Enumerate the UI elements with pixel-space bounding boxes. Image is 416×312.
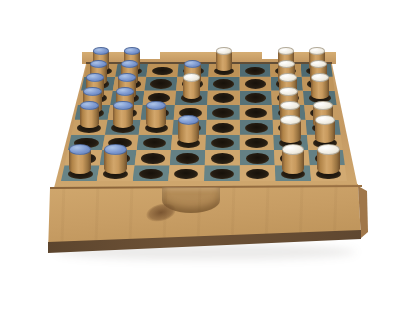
peg-hole (143, 138, 167, 148)
peg-blue[interactable] (146, 101, 166, 133)
peg-white[interactable] (216, 47, 232, 75)
board-cell[interactable] (207, 91, 239, 105)
peg-top-white (282, 144, 305, 155)
peg-top-white (278, 60, 295, 68)
board-cell[interactable] (133, 165, 170, 181)
peg-top-white (279, 73, 297, 82)
peg-hole (211, 138, 234, 148)
peg-hole (212, 108, 234, 118)
peg-hole (213, 93, 234, 103)
board-cell[interactable] (168, 165, 204, 181)
peg-blue[interactable] (178, 115, 199, 148)
peg-top-blue (146, 101, 166, 110)
peg-top-blue (69, 144, 92, 155)
peg-hole (139, 169, 163, 180)
peg-top-blue (184, 60, 201, 68)
board-cell[interactable] (135, 150, 171, 165)
peg-top-white (183, 73, 201, 82)
board-cell[interactable] (240, 105, 273, 120)
peg-hole (176, 153, 200, 163)
peg-hole (211, 153, 234, 163)
peg-top-blue (83, 87, 102, 96)
scene (0, 0, 416, 312)
board-cell[interactable] (208, 77, 240, 91)
board-cell[interactable] (144, 77, 177, 91)
peg-top-blue (113, 101, 133, 110)
peg-top-blue (104, 144, 127, 155)
peg-top-white (315, 115, 336, 125)
peg-hole (210, 169, 234, 180)
peg-blue[interactable] (113, 101, 133, 133)
peg-top-white (279, 87, 298, 96)
peg-white[interactable] (317, 144, 340, 180)
peg-hole (246, 169, 270, 180)
peg-top-white (280, 115, 301, 125)
board-cell[interactable] (240, 120, 274, 135)
board-cell[interactable] (205, 135, 239, 150)
board-cell[interactable] (240, 64, 271, 77)
peg-white[interactable] (282, 144, 305, 180)
board-cell[interactable] (146, 64, 178, 77)
peg-hole (152, 67, 173, 76)
peg-hole (245, 108, 267, 118)
board-cell[interactable] (206, 120, 240, 135)
peg-top-white (310, 60, 327, 68)
peg-top-white (278, 47, 294, 55)
peg-top-white (280, 101, 300, 110)
board-cell[interactable] (207, 105, 240, 120)
board-cell[interactable] (240, 135, 274, 150)
peg-top-white (311, 73, 329, 82)
peg-hole (150, 79, 172, 88)
board-cell[interactable] (240, 165, 276, 181)
peg-top-blue (121, 60, 138, 68)
peg-top-blue (90, 60, 107, 68)
peg-hole (245, 123, 267, 133)
peg-top-white (317, 144, 340, 155)
peg-top-blue (124, 47, 140, 55)
peg-top-white (313, 101, 333, 110)
peg-blue[interactable] (80, 101, 100, 133)
peg-white[interactable] (183, 73, 201, 103)
peg-blue[interactable] (104, 144, 127, 180)
board-cell[interactable] (240, 77, 272, 91)
peg-hole (245, 67, 266, 76)
board-cell[interactable] (240, 91, 272, 105)
peg-top-blue (86, 73, 104, 82)
peg-hole (245, 138, 268, 148)
board-cell[interactable] (204, 165, 240, 181)
peg-top-blue (93, 47, 109, 55)
peg-top-white (309, 47, 325, 55)
peg-top-blue (118, 73, 136, 82)
peg-top-blue (178, 115, 199, 125)
peg-hole (213, 79, 234, 88)
peg-hole (245, 93, 266, 103)
peg-hole (212, 123, 234, 133)
peg-hole (246, 153, 269, 163)
board-cell[interactable] (170, 150, 206, 165)
peg-hole (141, 153, 165, 163)
board-cell[interactable] (205, 150, 240, 165)
peg-top-blue (116, 87, 135, 96)
peg-blue[interactable] (69, 144, 92, 180)
peg-hole (174, 169, 198, 180)
board-cell[interactable] (137, 135, 173, 150)
board-cell[interactable] (240, 150, 275, 165)
peg-white[interactable] (311, 73, 329, 103)
peg-hole (245, 79, 266, 88)
